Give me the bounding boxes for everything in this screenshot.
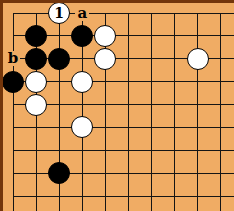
board-point-c1-r5 [1,93,24,116]
board-point-c3-r2 [48,24,71,47]
white-stone [71,71,93,93]
board-point-c4-r3 [71,47,94,70]
board-point-c5-r4 [94,70,117,93]
board-point-c1-r6 [1,116,24,139]
board-point-c5-r6 [94,116,117,139]
board-point-c9-r1 [186,2,209,25]
board-point-c8-r5 [163,93,186,116]
board-point-c5-r7 [94,139,117,162]
board-point-c7-r5 [140,93,163,116]
board-point-c4-r5 [71,93,94,116]
board-point-c10-r7 [209,139,232,162]
go-board: 1ab [0,0,234,211]
board-point-c9-r7 [186,139,209,162]
black-stone [2,71,24,93]
board-point-c3-r8 [48,162,71,185]
white-stone [94,25,116,47]
board-point-c9-r2 [186,24,209,47]
board-point-c6-r6 [117,116,140,139]
board-point-c7-r9 [140,185,163,208]
board-point-c7-r3 [140,47,163,70]
board-point-c10-r5 [209,93,232,116]
board-point-c8-r9 [163,185,186,208]
black-stone [48,48,70,70]
board-point-c3-r6 [48,116,71,139]
board-point-c1-r3: b [1,47,24,70]
board-point-c7-r8 [140,162,163,185]
board-point-c9-r9 [186,185,209,208]
board-point-c3-r3 [48,47,71,70]
board-point-c10-r1 [209,2,232,25]
board-point-c4-r2 [71,24,94,47]
board-point-c10-r9 [209,185,232,208]
board-point-c10-r8 [209,162,232,185]
board-point-c6-r5 [117,93,140,116]
board-point-c10-r3 [209,47,232,70]
board-point-c3-r1: 1 [48,2,71,25]
board-point-c6-r8 [117,162,140,185]
white-stone-move-1: 1 [48,2,70,24]
board-point-c6-r1 [117,2,140,25]
white-stone [94,48,116,70]
board-point-c8-r1 [163,2,186,25]
board-point-c7-r1 [140,2,163,25]
board-point-c10-r4 [209,70,232,93]
white-stone [187,48,209,70]
board-point-c8-r2 [163,24,186,47]
board-point-c9-r6 [186,116,209,139]
board-point-c2-r8 [25,162,48,185]
board-point-c4-r7 [71,139,94,162]
board-point-c3-r9 [48,185,71,208]
board-point-c6-r3 [117,47,140,70]
board-point-c8-r7 [163,139,186,162]
board-point-c1-r1 [1,2,24,25]
white-stone [71,116,93,138]
board-point-c10-r2 [209,24,232,47]
board-point-c7-r7 [140,139,163,162]
board-stones-layer: 1ab [1,2,232,208]
point-label-a: a [75,6,89,21]
board-point-c7-r2 [140,24,163,47]
board-point-c8-r8 [163,162,186,185]
board-point-c5-r2 [94,24,117,47]
board-point-c4-r8 [71,162,94,185]
board-point-c9-r4 [186,70,209,93]
board-point-c1-r2 [1,24,24,47]
move-number: 1 [54,6,64,20]
black-stone [25,25,47,47]
board-point-c2-r2 [25,24,48,47]
point-label-b: b [6,51,21,66]
board-point-c10-r6 [209,116,232,139]
white-stone [25,94,47,116]
board-point-c2-r9 [25,185,48,208]
black-stone [48,162,70,184]
board-point-c5-r1 [94,2,117,25]
board-point-c5-r5 [94,93,117,116]
board-point-c2-r1 [25,2,48,25]
board-point-c8-r4 [163,70,186,93]
board-point-c4-r9 [71,185,94,208]
board-point-c5-r9 [94,185,117,208]
board-point-c4-r6 [71,116,94,139]
board-point-c8-r3 [163,47,186,70]
board-point-c4-r4 [71,70,94,93]
board-point-c5-r3 [94,47,117,70]
board-point-c7-r4 [140,70,163,93]
board-point-c2-r6 [25,116,48,139]
board-point-c6-r9 [117,185,140,208]
board-point-c9-r3 [186,47,209,70]
board-point-c2-r4 [25,70,48,93]
white-stone [25,71,47,93]
board-point-c1-r9 [1,185,24,208]
board-point-c9-r8 [186,162,209,185]
board-point-c3-r7 [48,139,71,162]
board-point-c4-r1: a [71,2,94,25]
board-point-c2-r7 [25,139,48,162]
board-point-c6-r7 [117,139,140,162]
board-point-c9-r5 [186,93,209,116]
board-point-c2-r3 [25,47,48,70]
board-point-c6-r4 [117,70,140,93]
board-point-c7-r6 [140,116,163,139]
board-point-c1-r8 [1,162,24,185]
board-point-c2-r5 [25,93,48,116]
black-stone [71,25,93,47]
board-point-c3-r4 [48,70,71,93]
board-point-c1-r4 [1,70,24,93]
board-point-c8-r6 [163,116,186,139]
board-point-c5-r8 [94,162,117,185]
board-point-c1-r7 [1,139,24,162]
black-stone [25,48,47,70]
board-point-c3-r5 [48,93,71,116]
board-point-c6-r2 [117,24,140,47]
